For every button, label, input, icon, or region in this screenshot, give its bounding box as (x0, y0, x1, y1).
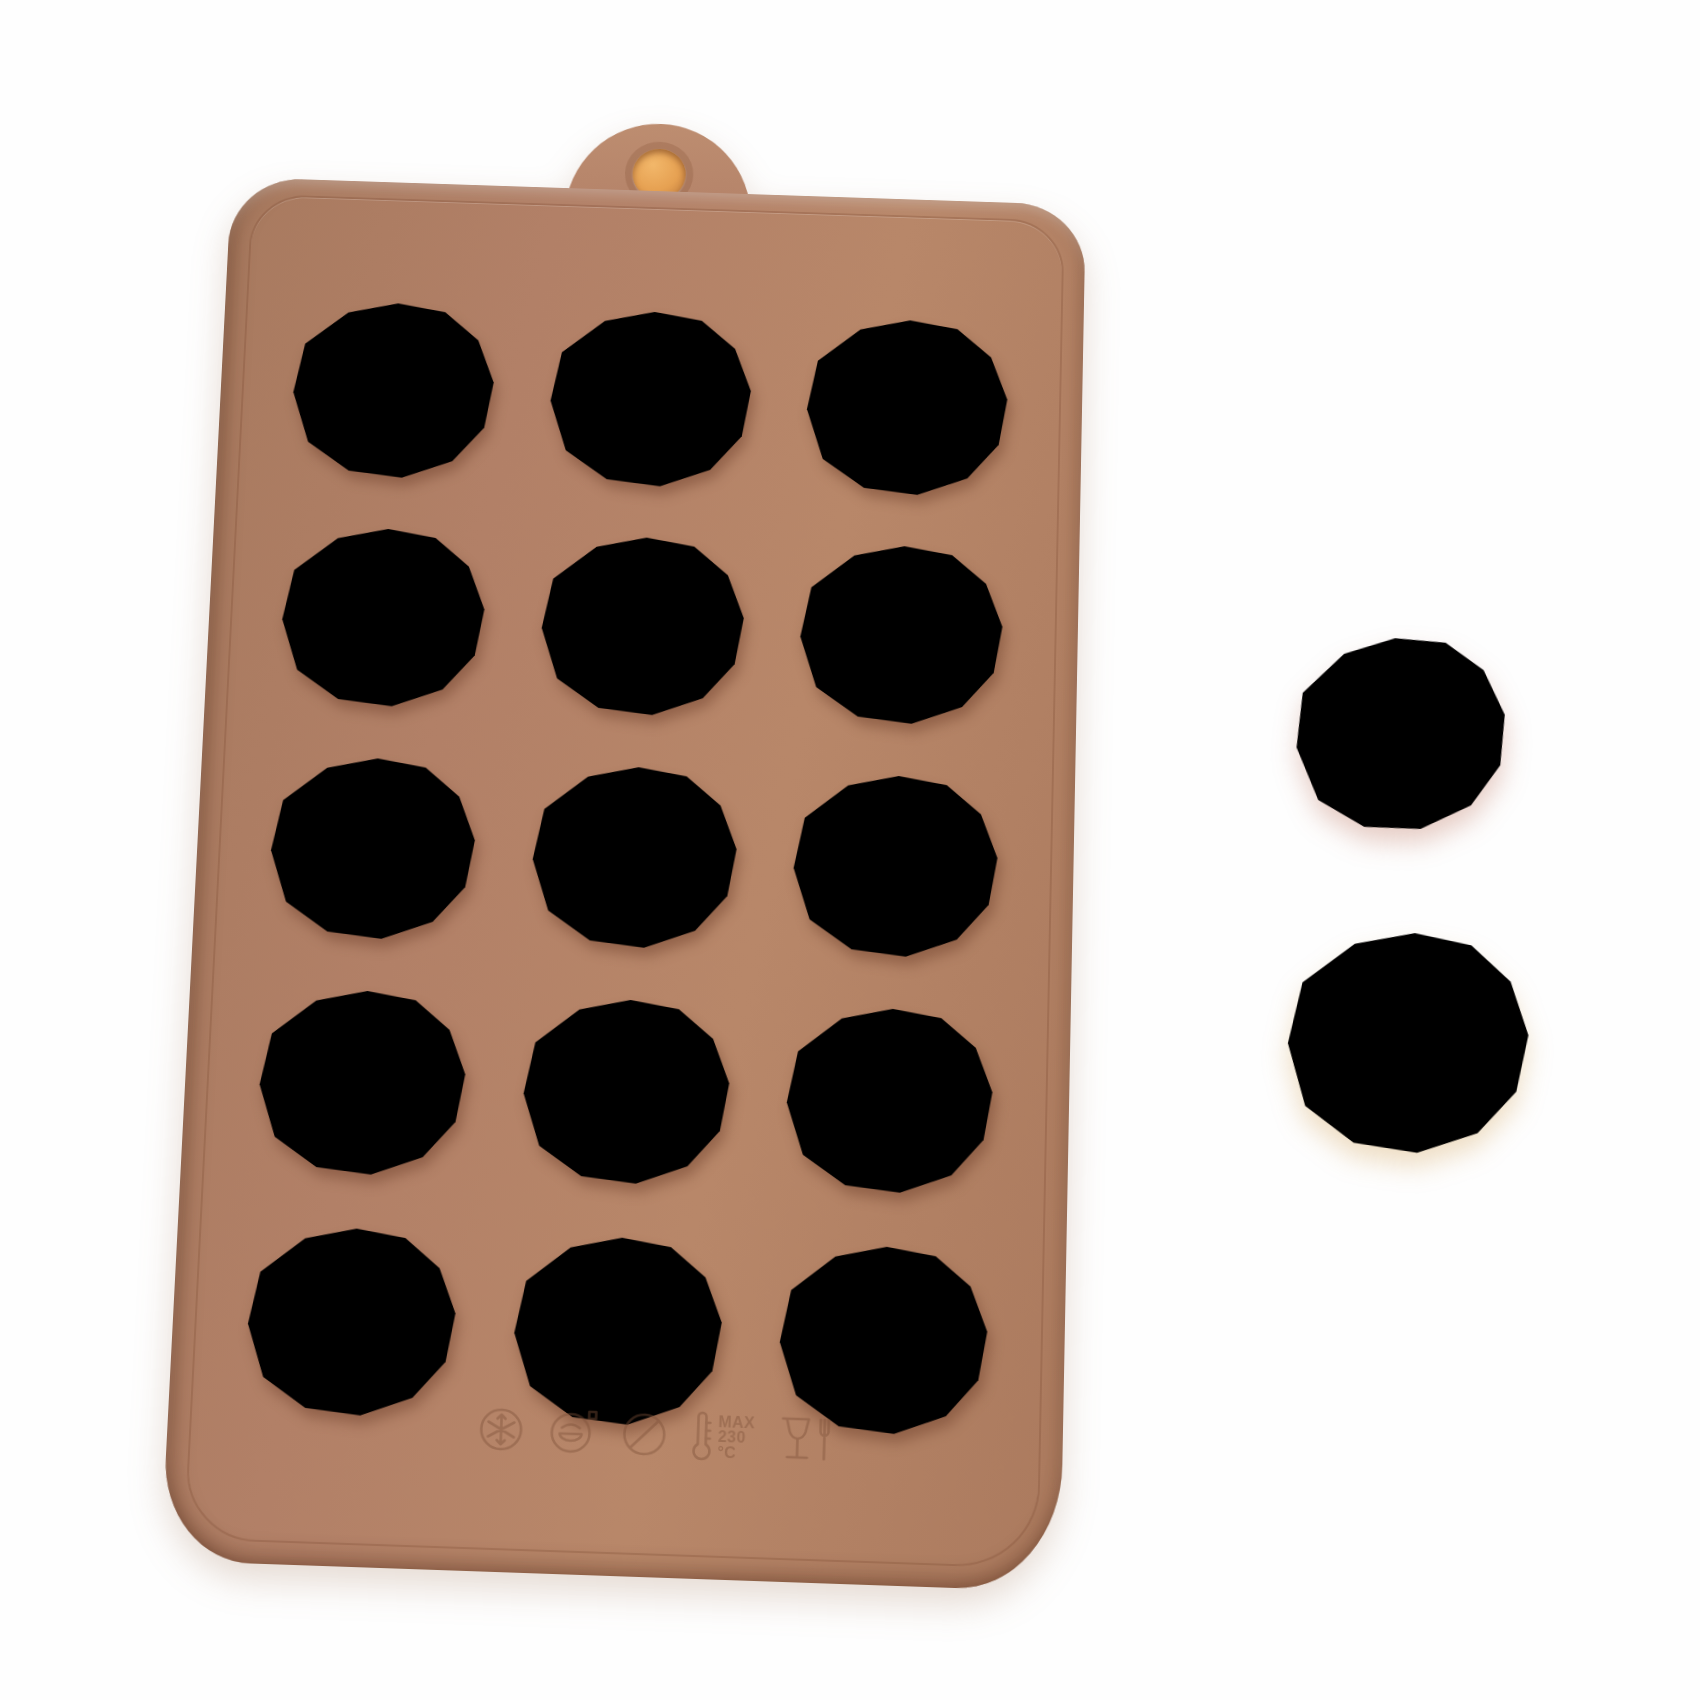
rose-cavity (515, 750, 755, 968)
rose-cavity (264, 512, 503, 726)
silicone-rose-mold: MAX 230 °C (161, 110, 1088, 1592)
thermometer-icon (689, 1410, 713, 1462)
rose-cavity (229, 1211, 475, 1437)
rose-cavity (275, 287, 512, 498)
rose-cavity (791, 304, 1025, 515)
product-photo-scene: MAX 230 °C (0, 0, 1700, 1700)
rose-cavity (524, 521, 762, 735)
rose-cavity (777, 759, 1015, 977)
food-safe-icon (776, 1413, 833, 1466)
rose-cavity (770, 992, 1010, 1214)
rose-cavity (241, 974, 485, 1196)
yellow-rose-gummy (1265, 895, 1554, 1195)
max-temperature-icon: MAX 230 °C (689, 1410, 755, 1463)
rose-cavity (533, 295, 768, 506)
rose-cavity (506, 983, 748, 1205)
freezer-safe-icon (476, 1405, 526, 1454)
cavity-grid (236, 287, 1024, 1308)
mold-slab: MAX 230 °C (161, 177, 1086, 1592)
rose-cavity (784, 529, 1020, 744)
max-temp-label: MAX 230 °C (717, 1415, 755, 1461)
red-rose-gummy (1273, 600, 1530, 872)
oven-dish-safe-icon (546, 1407, 599, 1456)
prohibition-icon (620, 1410, 669, 1459)
rose-cavity (253, 741, 495, 959)
